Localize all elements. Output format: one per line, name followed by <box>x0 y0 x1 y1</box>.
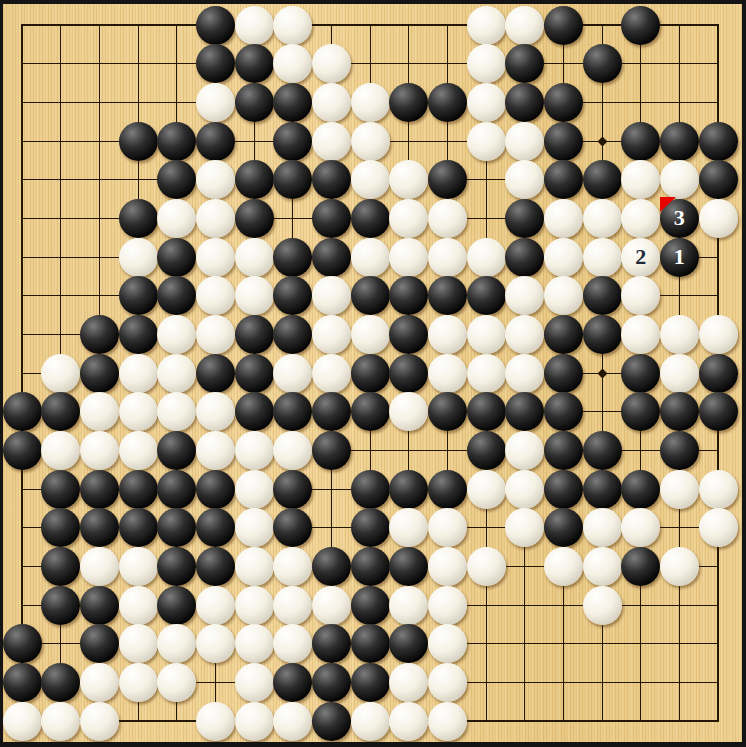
stone-white[interactable] <box>157 315 196 354</box>
stone-black[interactable] <box>235 44 274 83</box>
stone-white[interactable] <box>389 663 428 702</box>
stone-black[interactable] <box>544 354 583 393</box>
stone-black[interactable] <box>235 315 274 354</box>
stone-white[interactable] <box>428 702 467 741</box>
stone-white[interactable] <box>235 702 274 741</box>
stone-white[interactable] <box>312 315 351 354</box>
stone-white[interactable] <box>505 470 544 509</box>
stone-white[interactable] <box>544 238 583 277</box>
stone-white[interactable] <box>80 431 119 470</box>
stone-white[interactable] <box>467 122 506 161</box>
stone-white[interactable] <box>196 315 235 354</box>
stone-black[interactable] <box>621 547 660 586</box>
stone-black[interactable] <box>273 160 312 199</box>
stone-black[interactable] <box>467 431 506 470</box>
stone-white[interactable] <box>699 470 738 509</box>
stone-white[interactable] <box>235 663 274 702</box>
stone-white[interactable] <box>157 354 196 393</box>
stone-black[interactable] <box>583 431 622 470</box>
stone-black[interactable] <box>583 276 622 315</box>
stone-black[interactable] <box>41 392 80 431</box>
stone-black[interactable] <box>235 83 274 122</box>
stone-black[interactable] <box>157 276 196 315</box>
stone-white[interactable] <box>196 160 235 199</box>
stone-white[interactable] <box>389 586 428 625</box>
stone-black[interactable] <box>428 470 467 509</box>
stone-black[interactable] <box>235 354 274 393</box>
stone-white[interactable] <box>351 702 390 741</box>
stone-white[interactable] <box>505 508 544 547</box>
stone-black[interactable] <box>351 547 390 586</box>
stone-white[interactable] <box>273 624 312 663</box>
stone-white[interactable] <box>196 624 235 663</box>
stone-black[interactable] <box>660 238 699 277</box>
stone-white[interactable] <box>312 83 351 122</box>
stone-black[interactable] <box>389 276 428 315</box>
stone-black[interactable] <box>273 83 312 122</box>
stone-white[interactable] <box>196 276 235 315</box>
stone-white[interactable] <box>235 431 274 470</box>
stone-white[interactable] <box>119 392 158 431</box>
stone-black[interactable] <box>196 122 235 161</box>
stone-white[interactable] <box>428 586 467 625</box>
stone-black[interactable] <box>621 470 660 509</box>
stone-black[interactable] <box>544 470 583 509</box>
stone-white[interactable] <box>505 122 544 161</box>
stone-white[interactable] <box>235 276 274 315</box>
stone-black[interactable] <box>80 470 119 509</box>
stone-white[interactable] <box>389 702 428 741</box>
stone-white[interactable] <box>80 392 119 431</box>
go-board-diagram: 123 <box>0 0 746 747</box>
stone-white[interactable] <box>119 663 158 702</box>
stone-white[interactable] <box>660 160 699 199</box>
stone-white[interactable] <box>235 624 274 663</box>
stone-black[interactable] <box>312 663 351 702</box>
stone-black[interactable] <box>660 431 699 470</box>
stone-white[interactable] <box>467 83 506 122</box>
stone-black[interactable] <box>505 83 544 122</box>
stone-white[interactable] <box>235 238 274 277</box>
stone-white[interactable] <box>196 199 235 238</box>
board-frame-top <box>0 0 746 4</box>
stone-white[interactable] <box>273 44 312 83</box>
stone-black[interactable] <box>660 122 699 161</box>
stone-white[interactable] <box>467 354 506 393</box>
stone-white[interactable] <box>80 702 119 741</box>
stone-black[interactable] <box>273 122 312 161</box>
stone-black[interactable] <box>389 83 428 122</box>
stone-black[interactable] <box>80 354 119 393</box>
stone-white[interactable] <box>660 547 699 586</box>
stone-white[interactable] <box>660 354 699 393</box>
stone-black[interactable] <box>544 160 583 199</box>
stone-white[interactable] <box>196 702 235 741</box>
stone-white[interactable] <box>467 6 506 45</box>
stone-black[interactable] <box>157 547 196 586</box>
stone-white[interactable] <box>312 276 351 315</box>
stone-white[interactable] <box>196 392 235 431</box>
stone-white[interactable] <box>351 83 390 122</box>
stone-black[interactable] <box>119 470 158 509</box>
stone-white[interactable] <box>119 238 158 277</box>
stone-white[interactable] <box>351 160 390 199</box>
stone-black[interactable] <box>119 508 158 547</box>
stone-white[interactable] <box>273 547 312 586</box>
stone-black[interactable] <box>41 508 80 547</box>
stone-black[interactable] <box>544 83 583 122</box>
stone-white[interactable] <box>389 238 428 277</box>
stone-black[interactable] <box>351 470 390 509</box>
stone-black[interactable] <box>157 586 196 625</box>
stone-black[interactable] <box>273 392 312 431</box>
stone-white[interactable] <box>273 6 312 45</box>
stone-white[interactable] <box>544 199 583 238</box>
stone-white[interactable] <box>119 354 158 393</box>
stone-black[interactable] <box>544 315 583 354</box>
stone-black[interactable] <box>119 276 158 315</box>
board-frame-left <box>0 0 3 747</box>
stone-black[interactable] <box>505 238 544 277</box>
stone-black[interactable] <box>583 160 622 199</box>
stone-black[interactable] <box>312 431 351 470</box>
stone-black[interactable] <box>351 276 390 315</box>
stone-black[interactable] <box>351 586 390 625</box>
stone-white[interactable] <box>505 431 544 470</box>
stone-black[interactable] <box>312 702 351 741</box>
stone-white[interactable] <box>3 702 42 741</box>
stone-black[interactable] <box>351 663 390 702</box>
stone-white[interactable] <box>467 44 506 83</box>
stone-black[interactable] <box>80 508 119 547</box>
stone-white[interactable] <box>41 702 80 741</box>
stone-white[interactable] <box>273 702 312 741</box>
board-frame-right <box>742 0 746 747</box>
stone-black[interactable] <box>544 6 583 45</box>
stone-white[interactable] <box>389 199 428 238</box>
go-board: 123 <box>0 0 746 747</box>
stone-black[interactable] <box>544 431 583 470</box>
stone-white[interactable] <box>196 586 235 625</box>
stone-white[interactable] <box>505 315 544 354</box>
stone-white[interactable] <box>428 199 467 238</box>
stone-white[interactable] <box>699 315 738 354</box>
stone-white[interactable] <box>119 586 158 625</box>
stone-black[interactable] <box>312 392 351 431</box>
stone-white[interactable] <box>583 199 622 238</box>
stone-white[interactable] <box>467 547 506 586</box>
stone-black[interactable] <box>505 199 544 238</box>
stone-black[interactable] <box>157 508 196 547</box>
stone-black[interactable] <box>235 160 274 199</box>
stone-white[interactable] <box>428 238 467 277</box>
stone-black[interactable] <box>312 160 351 199</box>
stone-white[interactable] <box>312 586 351 625</box>
stone-white[interactable] <box>196 431 235 470</box>
stone-black[interactable] <box>621 354 660 393</box>
stone-black[interactable] <box>157 238 196 277</box>
stone-black[interactable] <box>621 6 660 45</box>
stone-black[interactable] <box>119 122 158 161</box>
stone-white[interactable] <box>505 160 544 199</box>
stone-black[interactable] <box>351 508 390 547</box>
stone-black[interactable] <box>583 44 622 83</box>
stone-black[interactable] <box>389 354 428 393</box>
stone-black[interactable] <box>467 392 506 431</box>
stone-black[interactable] <box>389 470 428 509</box>
stone-white[interactable] <box>428 663 467 702</box>
stone-white[interactable] <box>428 624 467 663</box>
stone-white[interactable] <box>660 315 699 354</box>
stone-black[interactable] <box>312 199 351 238</box>
stone-white[interactable] <box>583 238 622 277</box>
stone-black[interactable] <box>273 315 312 354</box>
stone-black[interactable] <box>3 431 42 470</box>
stone-white[interactable] <box>660 470 699 509</box>
stone-white[interactable] <box>544 276 583 315</box>
stone-white[interactable] <box>389 508 428 547</box>
stone-black[interactable] <box>544 508 583 547</box>
stone-black[interactable] <box>312 547 351 586</box>
stone-black[interactable] <box>119 315 158 354</box>
stone-white[interactable] <box>544 547 583 586</box>
stone-black[interactable] <box>505 44 544 83</box>
stone-black[interactable] <box>544 392 583 431</box>
stone-white[interactable] <box>621 315 660 354</box>
stone-white[interactable] <box>583 508 622 547</box>
stone-black[interactable] <box>621 122 660 161</box>
stone-black[interactable] <box>157 431 196 470</box>
stone-white[interactable] <box>196 238 235 277</box>
stone-black[interactable] <box>80 624 119 663</box>
stone-white[interactable] <box>273 586 312 625</box>
stone-black[interactable] <box>389 547 428 586</box>
stone-black[interactable] <box>196 44 235 83</box>
stone-black[interactable] <box>389 624 428 663</box>
stone-black[interactable] <box>157 122 196 161</box>
stone-white[interactable] <box>235 586 274 625</box>
stone-white[interactable] <box>235 470 274 509</box>
stone-white[interactable] <box>505 6 544 45</box>
stone-black[interactable] <box>41 586 80 625</box>
stone-black[interactable] <box>312 624 351 663</box>
stone-black[interactable] <box>273 508 312 547</box>
stone-black[interactable] <box>196 354 235 393</box>
stone-white[interactable] <box>196 83 235 122</box>
stone-black[interactable] <box>699 122 738 161</box>
stone-white[interactable] <box>41 354 80 393</box>
stone-white[interactable] <box>699 199 738 238</box>
stone-white[interactable] <box>389 160 428 199</box>
stone-white[interactable] <box>351 122 390 161</box>
stone-black[interactable] <box>196 508 235 547</box>
stone-black[interactable] <box>583 470 622 509</box>
stone-black[interactable] <box>157 160 196 199</box>
stone-white[interactable] <box>312 44 351 83</box>
stone-white[interactable] <box>505 354 544 393</box>
stone-white[interactable] <box>273 354 312 393</box>
stone-black[interactable] <box>505 392 544 431</box>
stone-white[interactable] <box>389 392 428 431</box>
stone-black[interactable] <box>699 392 738 431</box>
stone-black[interactable] <box>351 392 390 431</box>
stone-black[interactable] <box>351 199 390 238</box>
stone-black[interactable] <box>660 392 699 431</box>
stone-white[interactable] <box>235 6 274 45</box>
stone-black[interactable] <box>428 83 467 122</box>
stone-white[interactable] <box>467 315 506 354</box>
stone-black[interactable] <box>544 122 583 161</box>
stone-black[interactable] <box>80 586 119 625</box>
stone-black[interactable] <box>80 315 119 354</box>
stone-black[interactable] <box>699 354 738 393</box>
hoshi-point <box>597 368 607 378</box>
stone-black[interactable] <box>41 663 80 702</box>
stone-black[interactable] <box>699 160 738 199</box>
stone-black[interactable] <box>428 392 467 431</box>
stone-white[interactable] <box>235 547 274 586</box>
stone-white[interactable] <box>119 547 158 586</box>
board-frame-bottom <box>0 742 746 747</box>
stone-white[interactable] <box>351 315 390 354</box>
stone-white[interactable] <box>467 238 506 277</box>
stone-black[interactable] <box>428 276 467 315</box>
stone-white[interactable] <box>157 624 196 663</box>
stone-white[interactable] <box>157 663 196 702</box>
stone-white[interactable] <box>428 547 467 586</box>
stone-white[interactable] <box>621 199 660 238</box>
stone-black[interactable] <box>41 470 80 509</box>
stone-white[interactable] <box>157 199 196 238</box>
stone-black[interactable] <box>3 392 42 431</box>
stone-black[interactable] <box>235 199 274 238</box>
stone-white[interactable] <box>621 508 660 547</box>
stone-white[interactable] <box>273 431 312 470</box>
stone-black[interactable] <box>3 663 42 702</box>
stone-white[interactable] <box>235 508 274 547</box>
stone-white[interactable] <box>505 276 544 315</box>
stone-white[interactable] <box>312 122 351 161</box>
stone-black[interactable] <box>41 547 80 586</box>
stone-white[interactable] <box>467 470 506 509</box>
stone-black[interactable] <box>389 315 428 354</box>
stone-white[interactable] <box>312 354 351 393</box>
stone-black[interactable] <box>273 276 312 315</box>
stone-black[interactable] <box>428 160 467 199</box>
stone-black[interactable] <box>273 470 312 509</box>
hoshi-point <box>597 136 607 146</box>
stone-white[interactable] <box>621 276 660 315</box>
stone-black[interactable] <box>235 392 274 431</box>
stone-white[interactable] <box>428 354 467 393</box>
stone-black[interactable] <box>119 199 158 238</box>
grid-line-vertical <box>21 24 23 722</box>
stone-black[interactable] <box>196 470 235 509</box>
stone-white[interactable] <box>621 160 660 199</box>
stone-white[interactable] <box>351 238 390 277</box>
stone-white[interactable] <box>621 238 660 277</box>
stone-white[interactable] <box>583 547 622 586</box>
stone-white[interactable] <box>157 392 196 431</box>
stone-black[interactable] <box>351 354 390 393</box>
stone-white[interactable] <box>41 431 80 470</box>
stone-black[interactable] <box>467 276 506 315</box>
stone-black[interactable] <box>196 6 235 45</box>
stone-black[interactable] <box>312 238 351 277</box>
stone-white[interactable] <box>80 547 119 586</box>
stone-white[interactable] <box>119 431 158 470</box>
stone-white[interactable] <box>699 508 738 547</box>
stone-black[interactable] <box>621 392 660 431</box>
stone-white[interactable] <box>119 624 158 663</box>
stone-white[interactable] <box>80 663 119 702</box>
stone-black[interactable] <box>196 547 235 586</box>
stone-black[interactable] <box>273 238 312 277</box>
stone-black[interactable] <box>583 315 622 354</box>
stone-black[interactable] <box>3 624 42 663</box>
stone-black[interactable] <box>157 470 196 509</box>
stone-black[interactable] <box>351 624 390 663</box>
stone-white[interactable] <box>428 315 467 354</box>
stone-white[interactable] <box>583 586 622 625</box>
stone-black[interactable] <box>273 663 312 702</box>
stone-white[interactable] <box>428 508 467 547</box>
